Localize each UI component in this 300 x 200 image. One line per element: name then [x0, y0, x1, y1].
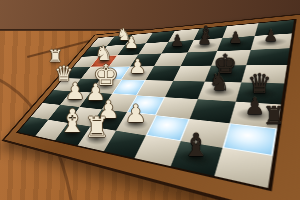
piece-white-pawn-c7[interactable]: ♟: [125, 36, 139, 52]
piece-white-bishop-c1[interactable]: ♝: [58, 106, 87, 138]
piece-black-bishop-g1[interactable]: ♝: [182, 130, 211, 162]
piece-black-pawn-g7[interactable]: ♟: [229, 30, 243, 46]
piece-black-pawn-f7[interactable]: ♟: [198, 32, 212, 48]
piece-white-pawn-d5[interactable]: ♟: [129, 57, 146, 76]
captured-black-rook: ♜: [263, 103, 285, 128]
piece-black-pawn-h7[interactable]: ♟: [264, 28, 278, 44]
piece-white-pawn-b3[interactable]: ♟: [65, 79, 85, 102]
piece-black-pawn-e7[interactable]: ♟: [170, 33, 184, 49]
square-h6[interactable]: [246, 48, 289, 65]
piece-white-pawn-e2[interactable]: ♟: [125, 102, 147, 126]
chess-scene: ♟♟♞♚♟♟♟♟♜♝♟♟♟♟♚♛♞♟♝♛♜♞♝♜: [0, 0, 300, 200]
piece-white-rook-d1[interactable]: ♜: [84, 114, 109, 142]
piece-black-knight-g4[interactable]: ♞: [209, 71, 230, 94]
